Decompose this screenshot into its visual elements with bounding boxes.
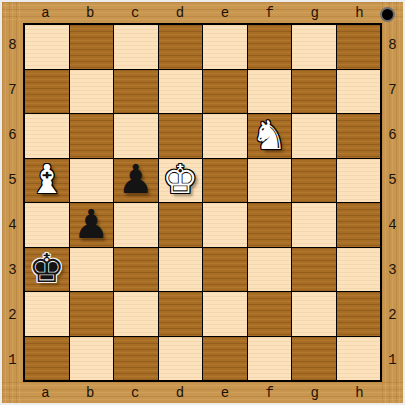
square-g3[interactable] — [292, 248, 336, 292]
square-h3[interactable] — [337, 248, 381, 292]
square-b2[interactable] — [70, 292, 114, 336]
file-label: e — [203, 2, 248, 23]
square-b5[interactable] — [70, 159, 114, 203]
square-d2[interactable] — [159, 292, 203, 336]
square-c5[interactable]: ♟ — [114, 159, 158, 203]
square-c2[interactable] — [114, 292, 158, 336]
black-to-move-indicator — [380, 7, 395, 22]
file-labels-top: abcdefgh — [23, 2, 382, 23]
chessboard-app: abcdefgh abcdefgh 87654321 87654321 ♞♝♟♚… — [0, 0, 405, 405]
square-h7[interactable] — [337, 70, 381, 114]
square-a6[interactable] — [25, 114, 69, 158]
square-c1[interactable] — [114, 337, 158, 381]
piece-black-pawn[interactable]: ♟ — [118, 159, 154, 199]
rank-label: 2 — [382, 292, 403, 337]
square-d1[interactable] — [159, 337, 203, 381]
piece-black-pawn[interactable]: ♟ — [73, 204, 109, 244]
square-g1[interactable] — [292, 337, 336, 381]
rank-label: 7 — [382, 68, 403, 113]
square-e3[interactable] — [203, 248, 247, 292]
file-label: g — [292, 2, 337, 23]
square-e5[interactable] — [203, 159, 247, 203]
square-f1[interactable] — [248, 337, 292, 381]
square-h6[interactable] — [337, 114, 381, 158]
square-e7[interactable] — [203, 70, 247, 114]
square-d6[interactable] — [159, 114, 203, 158]
square-c3[interactable] — [114, 248, 158, 292]
piece-white-knight[interactable]: ♞ — [251, 115, 287, 155]
square-g7[interactable] — [292, 70, 336, 114]
rank-label: 6 — [382, 113, 403, 158]
file-label: g — [292, 382, 337, 403]
square-h2[interactable] — [337, 292, 381, 336]
square-f7[interactable] — [248, 70, 292, 114]
rank-label: 7 — [2, 68, 23, 113]
square-d5[interactable]: ♚ — [159, 159, 203, 203]
square-f3[interactable] — [248, 248, 292, 292]
square-a8[interactable] — [25, 25, 69, 69]
rank-label: 1 — [2, 337, 23, 382]
square-d3[interactable] — [159, 248, 203, 292]
square-g2[interactable] — [292, 292, 336, 336]
square-g6[interactable] — [292, 114, 336, 158]
file-label: d — [158, 2, 203, 23]
file-label: e — [203, 382, 248, 403]
square-h5[interactable] — [337, 159, 381, 203]
square-h4[interactable] — [337, 203, 381, 247]
rank-labels-right: 87654321 — [382, 23, 403, 382]
rank-label: 3 — [2, 247, 23, 292]
square-b7[interactable] — [70, 70, 114, 114]
rank-label: 3 — [382, 247, 403, 292]
square-b1[interactable] — [70, 337, 114, 381]
square-e4[interactable] — [203, 203, 247, 247]
square-a5[interactable]: ♝ — [25, 159, 69, 203]
rank-label: 6 — [2, 113, 23, 158]
rank-label: 5 — [2, 158, 23, 203]
file-label: h — [337, 382, 382, 403]
rank-label: 8 — [2, 23, 23, 68]
file-label: b — [68, 2, 113, 23]
square-a4[interactable] — [25, 203, 69, 247]
square-c7[interactable] — [114, 70, 158, 114]
file-label: a — [23, 2, 68, 23]
square-g4[interactable] — [292, 203, 336, 247]
file-label: c — [113, 382, 158, 403]
square-e2[interactable] — [203, 292, 247, 336]
rank-label: 1 — [382, 337, 403, 382]
square-c6[interactable] — [114, 114, 158, 158]
rank-label: 5 — [382, 158, 403, 203]
file-label: f — [247, 382, 292, 403]
square-f5[interactable] — [248, 159, 292, 203]
rank-label: 4 — [2, 203, 23, 248]
chess-board[interactable]: ♞♝♟♚♟♚ — [23, 23, 382, 382]
file-label: f — [247, 2, 292, 23]
square-d7[interactable] — [159, 70, 203, 114]
square-c4[interactable] — [114, 203, 158, 247]
square-g8[interactable] — [292, 25, 336, 69]
file-labels-bottom: abcdefgh — [23, 382, 382, 403]
file-label: h — [337, 2, 382, 23]
square-f6[interactable]: ♞ — [248, 114, 292, 158]
square-d8[interactable] — [159, 25, 203, 69]
square-e8[interactable] — [203, 25, 247, 69]
square-b3[interactable] — [70, 248, 114, 292]
square-h8[interactable] — [337, 25, 381, 69]
square-a1[interactable] — [25, 337, 69, 381]
piece-white-bishop[interactable]: ♝ — [29, 159, 65, 199]
square-f8[interactable] — [248, 25, 292, 69]
rank-label: 8 — [382, 23, 403, 68]
square-b6[interactable] — [70, 114, 114, 158]
square-f2[interactable] — [248, 292, 292, 336]
square-f4[interactable] — [248, 203, 292, 247]
square-e6[interactable] — [203, 114, 247, 158]
piece-black-king[interactable]: ♚ — [29, 248, 65, 288]
piece-white-king[interactable]: ♚ — [162, 159, 198, 199]
rank-label: 2 — [2, 292, 23, 337]
square-h1[interactable] — [337, 337, 381, 381]
rank-label: 4 — [382, 203, 403, 248]
square-e1[interactable] — [203, 337, 247, 381]
file-label: c — [113, 2, 158, 23]
square-b4[interactable]: ♟ — [70, 203, 114, 247]
square-b8[interactable] — [70, 25, 114, 69]
rank-labels-left: 87654321 — [2, 23, 23, 382]
square-a7[interactable] — [25, 70, 69, 114]
file-label: a — [23, 382, 68, 403]
file-label: b — [68, 382, 113, 403]
file-label: d — [158, 382, 203, 403]
square-g5[interactable] — [292, 159, 336, 203]
square-c8[interactable] — [114, 25, 158, 69]
square-a2[interactable] — [25, 292, 69, 336]
square-d4[interactable] — [159, 203, 203, 247]
square-a3[interactable]: ♚ — [25, 248, 69, 292]
